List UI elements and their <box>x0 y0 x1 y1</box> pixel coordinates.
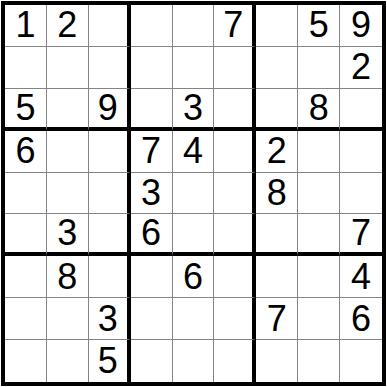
cell-r7c6[interactable] <box>214 256 256 298</box>
cell-r9c5[interactable] <box>173 340 215 382</box>
cell-r6c2[interactable]: 3 <box>47 214 89 256</box>
cell-r4c7[interactable]: 2 <box>256 131 298 173</box>
cell-r6c3[interactable] <box>89 214 131 256</box>
cell-r2c4[interactable] <box>131 47 173 89</box>
cell-r4c6[interactable] <box>214 131 256 173</box>
cell-r9c8[interactable] <box>298 340 340 382</box>
cell-r6c4[interactable]: 6 <box>131 214 173 256</box>
cell-r1c4[interactable] <box>131 5 173 47</box>
cell-r3c6[interactable] <box>214 89 256 131</box>
cell-r8c4[interactable] <box>131 298 173 340</box>
cell-r1c8[interactable]: 5 <box>298 5 340 47</box>
cell-r1c6[interactable]: 7 <box>214 5 256 47</box>
cell-r3c8[interactable]: 8 <box>298 89 340 131</box>
cell-r1c9[interactable]: 9 <box>340 5 382 47</box>
cell-r2c1[interactable] <box>5 47 47 89</box>
cell-r6c6[interactable] <box>214 214 256 256</box>
cell-r9c3[interactable]: 5 <box>89 340 131 382</box>
cell-r9c7[interactable] <box>256 340 298 382</box>
cell-r3c5[interactable]: 3 <box>173 89 215 131</box>
cell-r2c7[interactable] <box>256 47 298 89</box>
cell-r8c9[interactable]: 6 <box>340 298 382 340</box>
cell-r7c5[interactable]: 6 <box>173 256 215 298</box>
cell-r5c1[interactable] <box>5 173 47 215</box>
cell-r7c1[interactable] <box>5 256 47 298</box>
cell-r8c5[interactable] <box>173 298 215 340</box>
cell-r6c1[interactable] <box>5 214 47 256</box>
cell-r1c2[interactable]: 2 <box>47 5 89 47</box>
cell-r3c7[interactable] <box>256 89 298 131</box>
cell-r1c7[interactable] <box>256 5 298 47</box>
cell-r4c8[interactable] <box>298 131 340 173</box>
cell-r2c9[interactable]: 2 <box>340 47 382 89</box>
cell-r9c9[interactable] <box>340 340 382 382</box>
cell-r7c2[interactable]: 8 <box>47 256 89 298</box>
sudoku-board: 12759259386742383678643765 <box>1 1 386 386</box>
cell-r4c3[interactable] <box>89 131 131 173</box>
cell-r8c6[interactable] <box>214 298 256 340</box>
cell-r3c2[interactable] <box>47 89 89 131</box>
cell-r6c9[interactable]: 7 <box>340 214 382 256</box>
cell-r1c1[interactable]: 1 <box>5 5 47 47</box>
cell-r9c1[interactable] <box>5 340 47 382</box>
cell-r2c5[interactable] <box>173 47 215 89</box>
cell-r3c9[interactable] <box>340 89 382 131</box>
cell-r8c7[interactable]: 7 <box>256 298 298 340</box>
cell-r3c4[interactable] <box>131 89 173 131</box>
cell-r7c8[interactable] <box>298 256 340 298</box>
cell-r5c4[interactable]: 3 <box>131 173 173 215</box>
cell-r2c2[interactable] <box>47 47 89 89</box>
cell-r8c2[interactable] <box>47 298 89 340</box>
cell-r5c5[interactable] <box>173 173 215 215</box>
sudoku-page: 12759259386742383678643765 <box>0 0 387 387</box>
cell-r5c7[interactable]: 8 <box>256 173 298 215</box>
cell-r5c8[interactable] <box>298 173 340 215</box>
cell-r4c4[interactable]: 7 <box>131 131 173 173</box>
cell-r9c4[interactable] <box>131 340 173 382</box>
cell-r4c5[interactable]: 4 <box>173 131 215 173</box>
cell-r5c3[interactable] <box>89 173 131 215</box>
cell-r9c2[interactable] <box>47 340 89 382</box>
cell-r3c1[interactable]: 5 <box>5 89 47 131</box>
cell-r5c6[interactable] <box>214 173 256 215</box>
cell-r6c7[interactable] <box>256 214 298 256</box>
cell-r2c8[interactable] <box>298 47 340 89</box>
cell-r2c3[interactable] <box>89 47 131 89</box>
cell-r3c3[interactable]: 9 <box>89 89 131 131</box>
cell-r9c6[interactable] <box>214 340 256 382</box>
cell-r1c3[interactable] <box>89 5 131 47</box>
cell-r7c9[interactable]: 4 <box>340 256 382 298</box>
cell-r7c4[interactable] <box>131 256 173 298</box>
cell-r8c3[interactable]: 3 <box>89 298 131 340</box>
cell-r7c3[interactable] <box>89 256 131 298</box>
cell-r5c2[interactable] <box>47 173 89 215</box>
cell-r8c8[interactable] <box>298 298 340 340</box>
cell-r4c9[interactable] <box>340 131 382 173</box>
cell-r1c5[interactable] <box>173 5 215 47</box>
cell-r2c6[interactable] <box>214 47 256 89</box>
cell-r8c1[interactable] <box>5 298 47 340</box>
cell-r7c7[interactable] <box>256 256 298 298</box>
cell-r5c9[interactable] <box>340 173 382 215</box>
cell-r4c1[interactable]: 6 <box>5 131 47 173</box>
cell-r6c8[interactable] <box>298 214 340 256</box>
cell-r4c2[interactable] <box>47 131 89 173</box>
cell-r6c5[interactable] <box>173 214 215 256</box>
